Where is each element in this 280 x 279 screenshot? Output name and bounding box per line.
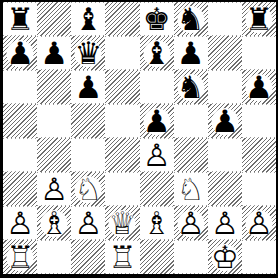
black-pawn-a7: ♟ <box>5 38 35 68</box>
square-e5: ♟ <box>140 104 174 138</box>
square-d5 <box>105 104 139 138</box>
square-d7 <box>105 36 139 70</box>
square-d6 <box>105 70 139 104</box>
square-h3 <box>242 172 276 206</box>
black-king-e8: ♚ <box>142 4 172 34</box>
square-h6: ♟ <box>242 70 276 104</box>
square-g4 <box>208 138 242 172</box>
square-f5 <box>174 104 208 138</box>
black-knight-f8: ♞ <box>176 4 206 34</box>
chess-board: ♜♝♚♞♜♟♟♛♝♟♟♞♟♟♟♙♙♘♘♙♗♙♕♗♙♙♙♖♖♔ <box>3 2 276 274</box>
square-h8: ♜ <box>242 2 276 36</box>
square-f8: ♞ <box>174 2 208 36</box>
square-g2: ♙ <box>208 206 242 240</box>
black-pawn-b7: ♟ <box>39 38 69 68</box>
black-bishop-c8: ♝ <box>73 4 103 34</box>
white-rook-d1: ♖ <box>107 242 137 272</box>
square-c7: ♛ <box>71 36 105 70</box>
square-g3 <box>208 172 242 206</box>
square-h7 <box>242 36 276 70</box>
square-h2: ♙ <box>242 206 276 240</box>
square-c4 <box>71 138 105 172</box>
square-c1 <box>71 240 105 274</box>
square-b6 <box>37 70 71 104</box>
square-b3: ♙ <box>37 172 71 206</box>
square-b5 <box>37 104 71 138</box>
white-pawn-a2: ♙ <box>5 208 35 238</box>
black-pawn-g5: ♟ <box>210 106 240 136</box>
square-c5 <box>71 104 105 138</box>
square-d3 <box>105 172 139 206</box>
square-b4 <box>37 138 71 172</box>
black-knight-f6: ♞ <box>176 72 206 102</box>
board-frame: ♜♝♚♞♜♟♟♛♝♟♟♞♟♟♟♙♙♘♘♙♗♙♕♗♙♙♙♖♖♔ <box>0 0 278 278</box>
square-a7: ♟ <box>3 36 37 70</box>
black-pawn-e5: ♟ <box>142 106 172 136</box>
square-d2: ♕ <box>105 206 139 240</box>
black-bishop-e7: ♝ <box>142 38 172 68</box>
square-f7: ♟ <box>174 36 208 70</box>
white-pawn-c2: ♙ <box>73 208 103 238</box>
square-a8: ♜ <box>3 2 37 36</box>
black-pawn-f7: ♟ <box>176 38 206 68</box>
square-b8 <box>37 2 71 36</box>
white-pawn-e4: ♙ <box>142 140 172 170</box>
square-d8 <box>105 2 139 36</box>
square-c8: ♝ <box>71 2 105 36</box>
square-h5 <box>242 104 276 138</box>
square-e1 <box>140 240 174 274</box>
square-a5 <box>3 104 37 138</box>
square-e3 <box>140 172 174 206</box>
square-c6: ♟ <box>71 70 105 104</box>
square-g6 <box>208 70 242 104</box>
square-b2: ♗ <box>37 206 71 240</box>
square-b1 <box>37 240 71 274</box>
square-e7: ♝ <box>140 36 174 70</box>
square-a3 <box>3 172 37 206</box>
square-h1 <box>242 240 276 274</box>
square-b7: ♟ <box>37 36 71 70</box>
square-e2: ♗ <box>140 206 174 240</box>
black-rook-a8: ♜ <box>5 4 35 34</box>
white-pawn-h2: ♙ <box>244 208 274 238</box>
white-knight-c3: ♘ <box>73 174 103 204</box>
black-rook-h8: ♜ <box>244 4 274 34</box>
square-g8 <box>208 2 242 36</box>
square-f1 <box>174 240 208 274</box>
square-e4: ♙ <box>140 138 174 172</box>
white-pawn-b3: ♙ <box>39 174 69 204</box>
square-e8: ♚ <box>140 2 174 36</box>
square-g5: ♟ <box>208 104 242 138</box>
black-pawn-h6: ♟ <box>244 72 274 102</box>
square-d4 <box>105 138 139 172</box>
square-d1: ♖ <box>105 240 139 274</box>
square-a2: ♙ <box>3 206 37 240</box>
white-bishop-b2: ♗ <box>39 208 69 238</box>
square-f4 <box>174 138 208 172</box>
chess-diagram-page: ♜♝♚♞♜♟♟♛♝♟♟♞♟♟♟♙♙♘♘♙♗♙♕♗♙♙♙♖♖♔ <box>0 0 280 279</box>
white-knight-f3: ♘ <box>176 174 206 204</box>
white-queen-d2: ♕ <box>107 208 137 238</box>
square-g1: ♔ <box>208 240 242 274</box>
square-g7 <box>208 36 242 70</box>
square-f2: ♙ <box>174 206 208 240</box>
square-c2: ♙ <box>71 206 105 240</box>
square-a6 <box>3 70 37 104</box>
square-h4 <box>242 138 276 172</box>
white-bishop-e2: ♗ <box>142 208 172 238</box>
square-a1: ♖ <box>3 240 37 274</box>
white-rook-a1: ♖ <box>5 242 35 272</box>
black-queen-c7: ♛ <box>73 38 103 68</box>
white-king-g1: ♔ <box>210 242 240 272</box>
square-f6: ♞ <box>174 70 208 104</box>
black-pawn-c6: ♟ <box>73 72 103 102</box>
square-a4 <box>3 138 37 172</box>
white-pawn-g2: ♙ <box>210 208 240 238</box>
square-e6 <box>140 70 174 104</box>
square-c3: ♘ <box>71 172 105 206</box>
square-f3: ♘ <box>174 172 208 206</box>
white-pawn-f2: ♙ <box>176 208 206 238</box>
